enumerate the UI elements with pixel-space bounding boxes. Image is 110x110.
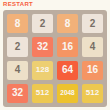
tile-512: 512	[32, 84, 53, 103]
tile-8: 8	[57, 14, 78, 33]
tile-32: 32	[7, 84, 28, 103]
tile-4: 4	[82, 37, 103, 56]
tile-16: 16	[57, 37, 78, 56]
tile-4: 4	[7, 61, 28, 80]
tile-2: 2	[32, 14, 53, 33]
tile-2: 2	[7, 37, 28, 56]
tile-128: 128	[32, 61, 53, 80]
tile-64: 64	[57, 61, 78, 80]
tile-16: 16	[82, 61, 103, 80]
tile-2048: 2048	[57, 84, 78, 103]
tile-2: 2	[82, 14, 103, 33]
board-grid[interactable]: 828223216441286416325122048512	[3, 10, 107, 107]
restart-button[interactable]: RESTART	[3, 1, 33, 7]
tile-512: 512	[82, 84, 103, 103]
tile-8: 8	[7, 14, 28, 33]
tile-32: 32	[32, 37, 53, 56]
